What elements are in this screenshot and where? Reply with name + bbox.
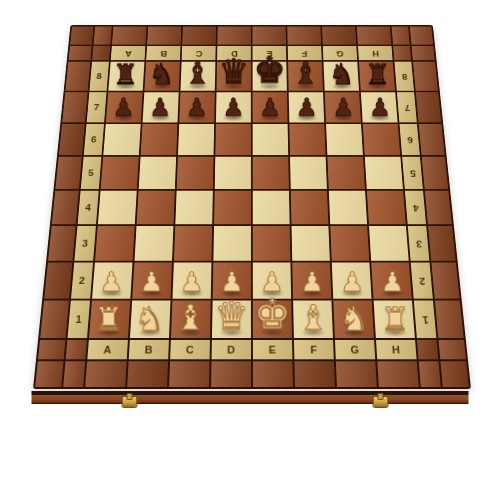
file-label-bottom: D	[227, 344, 235, 355]
file-label-bottom: F	[310, 344, 317, 355]
square-b3[interactable]	[134, 226, 173, 261]
rank-label-right: 7	[404, 103, 410, 111]
board-frame	[431, 263, 459, 299]
board-frame	[417, 340, 438, 359]
board-frame	[377, 361, 419, 387]
board-frame	[217, 27, 250, 45]
piece-white-knight[interactable]: ♞	[339, 302, 369, 335]
board-frame	[66, 340, 87, 359]
piece-white-king[interactable]: ♚	[254, 294, 291, 335]
file-label-bottom: C	[186, 344, 195, 355]
square-c1[interactable]: ♝	[171, 301, 211, 339]
square-f5[interactable]	[290, 157, 327, 189]
square-d1[interactable]: ♛	[212, 301, 251, 339]
square-a5[interactable]	[101, 157, 139, 189]
square-h2[interactable]: ♟	[371, 263, 411, 299]
board-frame	[322, 27, 356, 45]
board-frame	[40, 301, 69, 339]
rank-label-cell: 5	[81, 157, 102, 189]
piece-white-pawn[interactable]: ♟	[140, 269, 164, 296]
rank-label-right: 5	[409, 168, 416, 177]
piece-black-knight[interactable]: ♞	[149, 59, 175, 88]
square-c5[interactable]	[177, 157, 214, 189]
square-h3[interactable]	[369, 226, 409, 261]
rank-label-right: 4	[412, 203, 419, 212]
board-frame	[59, 124, 85, 155]
square-f7[interactable]: ♟	[289, 92, 325, 122]
rank-label-cell: 1	[414, 301, 437, 339]
board-frame	[127, 361, 168, 387]
board-frame	[435, 301, 464, 339]
piece-black-queen[interactable]: ♛	[218, 54, 249, 88]
board-frame	[169, 361, 209, 387]
board-front-edge	[32, 391, 469, 404]
file-label-bottom: G	[350, 344, 359, 355]
square-e7[interactable]: ♟	[253, 92, 288, 122]
board-frame	[419, 124, 445, 155]
square-f8[interactable]: ♝	[288, 62, 323, 91]
file-label-cell: B	[129, 340, 169, 359]
rank-label-right: 2	[418, 275, 425, 285]
piece-white-bishop[interactable]: ♝	[298, 301, 329, 335]
square-g6[interactable]	[326, 124, 363, 155]
file-label-cell: G	[335, 340, 375, 359]
hinge-left-icon	[121, 396, 137, 408]
square-g1[interactable]: ♞	[333, 301, 374, 339]
board-frame	[357, 27, 392, 45]
square-g4[interactable]	[329, 191, 367, 225]
board-frame	[48, 226, 76, 261]
rank-label-right: 8	[401, 72, 407, 80]
board-frame	[425, 191, 452, 225]
piece-black-pawn[interactable]: ♟	[332, 96, 354, 120]
board-frame	[70, 27, 93, 45]
rank-label-cell: 2	[411, 263, 433, 299]
square-d6[interactable]	[215, 124, 251, 155]
rank-label-left: 4	[85, 203, 92, 212]
square-b7[interactable]: ♟	[143, 92, 179, 122]
square-d8[interactable]: ♛	[217, 62, 251, 91]
board-frame	[416, 92, 441, 122]
piece-black-pawn[interactable]: ♟	[113, 96, 135, 120]
square-e3[interactable]	[253, 226, 291, 261]
square-g2[interactable]: ♟	[332, 263, 372, 299]
square-f4[interactable]	[291, 191, 329, 225]
board-frame	[412, 46, 435, 60]
piece-black-knight[interactable]: ♞	[329, 59, 355, 88]
rank-label-cell: 6	[84, 124, 104, 155]
board-frame	[419, 361, 441, 387]
square-f1[interactable]: ♝	[293, 301, 333, 339]
piece-black-pawn[interactable]: ♟	[149, 96, 171, 120]
piece-white-pawn[interactable]: ♟	[220, 269, 244, 296]
rank-label-cell: 6	[399, 124, 419, 155]
piece-black-pawn[interactable]: ♟	[296, 96, 318, 120]
board-frame	[336, 361, 377, 387]
piece-black-pawn[interactable]: ♟	[259, 96, 281, 120]
board-frame	[439, 340, 466, 359]
square-a6[interactable]	[103, 124, 140, 155]
file-label-cell: A	[87, 340, 128, 359]
rank-label-right: 1	[421, 314, 428, 324]
board-frame	[69, 46, 92, 60]
board-frame	[94, 27, 112, 45]
square-c3[interactable]	[174, 226, 212, 261]
piece-black-rook[interactable]: ♜	[113, 60, 138, 88]
board-frame	[410, 27, 433, 45]
rank-label-cell: 3	[74, 226, 96, 261]
rank-label-left: 5	[88, 168, 95, 177]
square-b6[interactable]	[141, 124, 178, 155]
rank-label-cell: 3	[408, 226, 430, 261]
board-frame	[211, 361, 251, 387]
board-frame	[393, 46, 411, 60]
piece-black-pawn[interactable]: ♟	[369, 96, 391, 120]
square-f6[interactable]	[289, 124, 325, 155]
board-frame	[294, 361, 335, 387]
file-label-bottom: H	[392, 344, 401, 355]
square-a7[interactable]: ♟	[106, 92, 143, 122]
square-a4[interactable]	[98, 191, 137, 225]
square-h4[interactable]	[367, 191, 406, 225]
chess-board: ABCDEFGH8♜♞♝♛♚♝♞♜87♟♟♟♟♟♟♟♟7665544332♟♟♟…	[33, 25, 471, 389]
rank-label-left: 3	[82, 238, 89, 248]
square-a8[interactable]: ♜	[108, 62, 144, 91]
piece-white-pawn[interactable]: ♟	[380, 269, 404, 296]
product-photo-stage: ABCDEFGH8♜♞♝♛♚♝♞♜87♟♟♟♟♟♟♟♟7665544332♟♟♟…	[0, 0, 500, 500]
board-frame	[440, 361, 468, 387]
rank-label-left: 8	[96, 72, 102, 80]
file-label-top: A	[124, 49, 132, 57]
board-frame	[182, 27, 216, 45]
file-label-cell: C	[170, 340, 210, 359]
square-b1[interactable]: ♞	[130, 301, 171, 339]
rank-label-cell: 8	[394, 62, 414, 91]
piece-white-pawn[interactable]: ♟	[300, 269, 324, 296]
piece-black-bishop[interactable]: ♝	[292, 59, 319, 89]
file-label-bottom: B	[144, 344, 153, 355]
piece-black-pawn[interactable]: ♟	[186, 96, 208, 120]
board-frame	[65, 62, 90, 91]
rank-label-left: 6	[91, 135, 98, 144]
board-frame	[252, 27, 285, 45]
square-e6[interactable]	[253, 124, 289, 155]
square-f2[interactable]: ♟	[292, 263, 331, 299]
file-label-cell: E	[253, 340, 292, 359]
rank-label-left: 2	[79, 275, 86, 285]
piece-black-bishop[interactable]: ♝	[184, 59, 211, 89]
board-frame	[92, 46, 110, 60]
piece-white-pawn[interactable]: ♟	[99, 269, 123, 296]
piece-white-bishop[interactable]: ♝	[175, 301, 206, 335]
rank-label-cell: 1	[68, 301, 90, 339]
board-frame	[147, 27, 181, 45]
square-b4[interactable]	[137, 191, 175, 225]
board-frame	[428, 226, 456, 261]
square-b5[interactable]	[139, 157, 176, 189]
file-label-cell: F	[294, 340, 334, 359]
board-frame	[35, 361, 63, 387]
piece-white-knight[interactable]: ♞	[135, 302, 165, 335]
rank-label-cell: 7	[397, 92, 417, 122]
rank-label-cell: 4	[78, 191, 99, 225]
square-c6[interactable]	[178, 124, 214, 155]
square-g3[interactable]	[330, 226, 369, 261]
piece-black-rook[interactable]: ♜	[365, 60, 390, 88]
piece-white-rook[interactable]: ♜	[94, 303, 123, 335]
file-label-bottom: A	[103, 344, 112, 355]
square-c2[interactable]: ♟	[172, 263, 211, 299]
rank-label-cell: 2	[71, 263, 93, 299]
rank-label-cell: 7	[87, 92, 107, 122]
square-g5[interactable]	[327, 157, 365, 189]
square-e1[interactable]: ♚	[253, 301, 292, 339]
piece-white-rook[interactable]: ♜	[381, 303, 410, 335]
rank-label-left: 1	[75, 314, 82, 324]
square-f3[interactable]	[292, 226, 330, 261]
board-frame	[52, 191, 79, 225]
square-h6[interactable]	[363, 124, 400, 155]
board-frame	[287, 27, 321, 45]
board-frame	[63, 361, 85, 387]
file-label-top: H	[371, 49, 379, 57]
board-frame	[62, 92, 87, 122]
piece-white-pawn[interactable]: ♟	[340, 269, 364, 296]
square-e4[interactable]	[253, 191, 290, 225]
board-frame	[253, 361, 293, 387]
square-c8[interactable]: ♝	[180, 62, 215, 91]
square-d3[interactable]	[213, 226, 251, 261]
rank-label-right: 3	[415, 238, 422, 248]
board-frame	[85, 361, 126, 387]
square-a3[interactable]	[95, 226, 135, 261]
piece-white-pawn[interactable]: ♟	[180, 269, 204, 296]
board-frame	[38, 340, 65, 359]
hinge-right-icon	[372, 396, 388, 408]
board-frame	[413, 62, 438, 91]
square-b2[interactable]: ♟	[132, 263, 172, 299]
piece-white-queen[interactable]: ♛	[214, 296, 249, 335]
square-h5[interactable]	[365, 157, 403, 189]
square-h7[interactable]: ♟	[361, 92, 398, 122]
rank-label-cell: 5	[402, 157, 423, 189]
square-a1[interactable]: ♜	[89, 301, 130, 339]
board-frame	[55, 157, 81, 189]
square-c7[interactable]: ♟	[179, 92, 215, 122]
square-g8[interactable]: ♞	[323, 62, 359, 91]
file-label-cell: H	[376, 340, 417, 359]
rank-label-cell: 4	[405, 191, 426, 225]
square-d5[interactable]	[215, 157, 251, 189]
square-b8[interactable]: ♞	[144, 62, 179, 91]
board-frame	[422, 157, 448, 189]
square-e8[interactable]: ♚	[253, 62, 287, 91]
rank-label-right: 6	[406, 135, 413, 144]
square-d4[interactable]	[214, 191, 251, 225]
square-g7[interactable]: ♟	[325, 92, 361, 122]
piece-black-king[interactable]: ♚	[254, 53, 286, 89]
square-d7[interactable]: ♟	[216, 92, 251, 122]
board-frame	[112, 27, 147, 45]
square-a2[interactable]: ♟	[92, 263, 132, 299]
piece-black-pawn[interactable]: ♟	[222, 96, 244, 120]
board-frame	[44, 263, 72, 299]
square-h1[interactable]: ♜	[374, 301, 415, 339]
square-c4[interactable]	[175, 191, 213, 225]
file-label-bottom: E	[269, 344, 277, 355]
rank-label-cell: 8	[89, 62, 108, 91]
edge-strip-wood	[32, 395, 469, 404]
board-frame	[392, 27, 410, 45]
board-scene: ABCDEFGH8♜♞♝♛♚♝♞♜87♟♟♟♟♟♟♟♟7665544332♟♟♟…	[33, 0, 467, 385]
file-label-cell: D	[212, 340, 251, 359]
rank-label-left: 7	[93, 103, 99, 111]
square-h8[interactable]: ♜	[359, 62, 395, 91]
square-e5[interactable]	[253, 157, 289, 189]
